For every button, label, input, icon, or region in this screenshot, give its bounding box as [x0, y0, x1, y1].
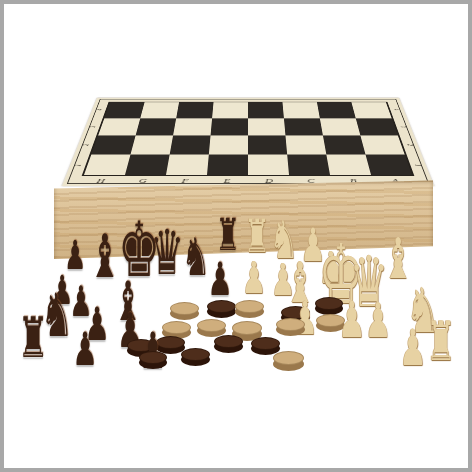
board-square	[317, 102, 356, 118]
light-draughts-disc	[162, 321, 191, 334]
dark-draughts-disc	[315, 297, 343, 310]
board-square	[176, 102, 213, 118]
light-pawn: ♟	[365, 296, 392, 344]
light-pawn: ♟	[399, 323, 427, 373]
board-square	[248, 154, 289, 175]
light-pawn: ♟	[271, 258, 295, 302]
file-label: G	[121, 176, 165, 185]
rank-label: 3	[384, 123, 424, 130]
light-draughts-disc	[276, 318, 305, 331]
board-square	[248, 118, 285, 135]
light-queen: ♛	[350, 247, 389, 317]
dark-pawn: ♟	[84, 301, 110, 347]
rank-label: 1	[56, 161, 100, 169]
board-square	[207, 154, 248, 175]
light-draughts-disc	[197, 319, 226, 332]
dark-draughts-disc	[214, 335, 243, 348]
chess-set-product-photo: HGFEDCBA 1234 1234 ♟♝♚♛♞♜♟♜♞♟♟♟♟♝♟♟♜♞♟♟♟…	[0, 0, 472, 472]
wooden-box-front	[54, 179, 433, 259]
board-square	[125, 154, 170, 175]
board-square	[248, 135, 287, 154]
dark-bishop: ♝	[113, 275, 143, 329]
dark-pawn: ♟	[51, 270, 73, 310]
file-label: F	[163, 176, 206, 185]
rank-label: 4	[80, 107, 118, 113]
chess-board-top: HGFEDCBA 1234 1234	[62, 98, 434, 186]
rank-label: 2	[65, 141, 107, 148]
light-pawn: ♟	[242, 256, 266, 300]
board-square	[170, 135, 211, 154]
dark-pawn: ♟	[139, 326, 167, 376]
dark-pawn: ♟	[72, 326, 98, 372]
board-square	[285, 135, 326, 154]
board-square	[211, 118, 248, 135]
dark-draughts-disc	[181, 348, 210, 361]
dark-draughts-disc	[127, 339, 155, 352]
light-bishop: ♝	[284, 255, 315, 311]
dark-knight: ♞	[40, 285, 73, 345]
board-square	[323, 135, 366, 154]
light-draughts-disc	[316, 314, 345, 327]
light-draughts-disc	[170, 302, 199, 315]
light-pawn: ♟	[319, 246, 343, 290]
board-square	[212, 102, 248, 118]
board-square	[320, 118, 361, 135]
light-pawn: ♟	[292, 295, 318, 341]
board-square	[326, 154, 371, 175]
board-square	[173, 118, 212, 135]
light-draughts-disc	[232, 321, 262, 335]
rank-label: 3	[73, 123, 113, 130]
light-draughts-disc	[235, 300, 264, 313]
rank-label: 2	[390, 141, 432, 148]
file-label: E	[206, 176, 248, 185]
board-square	[166, 154, 209, 175]
dark-draughts-disc	[156, 336, 185, 349]
board-square	[209, 135, 248, 154]
board-frame: HGFEDCBA 1234 1234	[62, 98, 434, 186]
dark-draughts-disc	[207, 300, 236, 313]
board-square	[282, 102, 319, 118]
dark-rook: ♜	[17, 310, 48, 366]
file-label: H	[78, 176, 123, 185]
dark-draughts-disc	[251, 337, 280, 350]
board-square	[136, 118, 177, 135]
board-square	[248, 102, 284, 118]
dark-pawn: ♟	[207, 256, 233, 302]
checkerboard-grid	[82, 102, 415, 176]
dark-draughts-disc	[281, 306, 310, 319]
rank-label: 1	[396, 161, 440, 169]
dark-draughts-disc	[139, 351, 167, 364]
light-rook: ♜	[426, 315, 456, 369]
light-draughts-disc	[273, 351, 304, 365]
board-square	[284, 118, 323, 135]
rank-label: 4	[378, 107, 416, 113]
light-pawn: ♟	[338, 295, 366, 345]
board-square	[131, 135, 174, 154]
light-knight: ♞	[406, 280, 440, 342]
dark-pawn: ♟	[69, 281, 92, 323]
board-square	[287, 154, 330, 175]
dark-pawn: ♟	[117, 306, 144, 354]
board-square	[140, 102, 179, 118]
